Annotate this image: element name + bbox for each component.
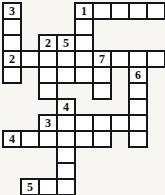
clue-number: 4 [63, 101, 69, 114]
clue-number: 6 [135, 69, 141, 82]
grid-cell-r0c8[interactable] [146, 2, 165, 20]
clue-number: 5 [27, 181, 33, 194]
grid-cell-r0c5[interactable] [92, 2, 112, 20]
grid-cell-r3c6[interactable] [110, 50, 130, 68]
grid-cell-r3c8[interactable] [146, 50, 165, 68]
grid-cell-r5c5[interactable] [92, 82, 112, 100]
clue-number: 4 [9, 133, 15, 146]
grid-cell-r7c6[interactable] [110, 114, 130, 132]
grid-cell-r8c4[interactable] [74, 130, 94, 148]
grid-cell-r5c2[interactable] [38, 82, 58, 100]
grid-cell-r8c5[interactable] [92, 130, 112, 148]
grid-cell-r8c7[interactable] [128, 130, 148, 148]
clue-number: 5 [63, 37, 69, 50]
clue-number: 3 [9, 5, 15, 18]
grid-cell-r4c4[interactable] [74, 66, 94, 84]
grid-cell-r8c1[interactable] [20, 130, 40, 148]
clue-number: 3 [45, 117, 51, 130]
grid-cell-r4c0[interactable] [2, 66, 22, 84]
grid-cell-r0c7[interactable] [128, 2, 148, 20]
crossword-puzzle-scan: 31252764345 [0, 0, 165, 195]
grid-cell-r11c2[interactable] [38, 178, 58, 195]
clue-number: 2 [45, 37, 51, 50]
grid-cell-r8c0[interactable]: 4 [2, 130, 22, 148]
grid-cell-r4c3[interactable] [56, 66, 76, 84]
clue-number: 7 [99, 53, 105, 66]
grid-cell-r0c6[interactable] [110, 2, 130, 20]
clue-number: 2 [9, 53, 15, 66]
grid-cell-r11c1[interactable]: 5 [20, 178, 40, 195]
grid-cell-r11c3[interactable] [56, 178, 76, 195]
grid-cell-r8c2[interactable] [38, 130, 58, 148]
clue-number: 1 [81, 5, 87, 18]
grid-cell-r3c1[interactable] [20, 50, 40, 68]
